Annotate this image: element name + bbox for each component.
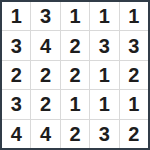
- grid-cell[interactable]: 3: [2, 31, 30, 59]
- grid-cell[interactable]: 1: [61, 2, 89, 30]
- grid-cell[interactable]: 4: [31, 31, 59, 59]
- grid-cell[interactable]: 3: [31, 2, 59, 30]
- grid-cell[interactable]: 1: [120, 2, 148, 30]
- grid-cell[interactable]: 2: [61, 120, 89, 148]
- grid-cell[interactable]: 3: [120, 31, 148, 59]
- grid-cell[interactable]: 2: [31, 90, 59, 118]
- grid-cell[interactable]: 2: [61, 61, 89, 89]
- grid-cell[interactable]: 3: [2, 90, 30, 118]
- grid-cell[interactable]: 1: [120, 90, 148, 118]
- grid-cell[interactable]: 3: [90, 31, 118, 59]
- puzzle-board: 1311134233222123211144232: [0, 0, 150, 150]
- grid-cell[interactable]: 4: [31, 120, 59, 148]
- grid-cell[interactable]: 2: [31, 61, 59, 89]
- grid-cell[interactable]: 1: [90, 61, 118, 89]
- grid-cell[interactable]: 2: [120, 120, 148, 148]
- grid-cell[interactable]: 2: [120, 61, 148, 89]
- grid-cell[interactable]: 3: [90, 120, 118, 148]
- grid-cell[interactable]: 1: [90, 90, 118, 118]
- grid-cell[interactable]: 2: [2, 61, 30, 89]
- grid-cell[interactable]: 1: [90, 2, 118, 30]
- grid-cell[interactable]: 1: [2, 2, 30, 30]
- grid-cell[interactable]: 1: [61, 90, 89, 118]
- grid-cell[interactable]: 2: [61, 31, 89, 59]
- grid-cell[interactable]: 4: [2, 120, 30, 148]
